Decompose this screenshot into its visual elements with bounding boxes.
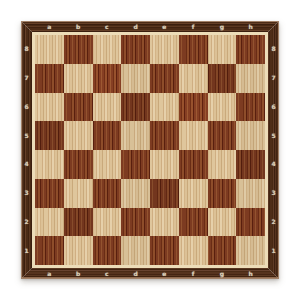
rank-label-6: 6 bbox=[268, 93, 279, 122]
file-label-b: b bbox=[64, 21, 93, 32]
square-g5[interactable] bbox=[208, 121, 237, 150]
square-a6[interactable] bbox=[35, 93, 64, 122]
square-b5[interactable] bbox=[64, 121, 93, 150]
file-label-g: g bbox=[208, 268, 237, 279]
square-e3[interactable] bbox=[150, 179, 179, 208]
file-label-d: d bbox=[121, 21, 150, 32]
rank-label-4: 4 bbox=[21, 150, 32, 179]
file-label-e: e bbox=[150, 268, 179, 279]
square-a2[interactable] bbox=[35, 208, 64, 237]
square-b2[interactable] bbox=[64, 208, 93, 237]
square-c4[interactable] bbox=[93, 150, 122, 179]
square-h6[interactable] bbox=[236, 93, 265, 122]
square-c7[interactable] bbox=[93, 64, 122, 93]
rank-label-1: 1 bbox=[21, 236, 32, 265]
square-h3[interactable] bbox=[236, 179, 265, 208]
file-label-f: f bbox=[179, 21, 208, 32]
square-e4[interactable] bbox=[150, 150, 179, 179]
square-d2[interactable] bbox=[121, 208, 150, 237]
file-label-h: h bbox=[236, 21, 265, 32]
file-label-c: c bbox=[93, 268, 122, 279]
square-d5[interactable] bbox=[121, 121, 150, 150]
square-h4[interactable] bbox=[236, 150, 265, 179]
square-b4[interactable] bbox=[64, 150, 93, 179]
file-label-f: f bbox=[179, 268, 208, 279]
square-b3[interactable] bbox=[64, 179, 93, 208]
square-a5[interactable] bbox=[35, 121, 64, 150]
file-label-e: e bbox=[150, 21, 179, 32]
square-c3[interactable] bbox=[93, 179, 122, 208]
square-f5[interactable] bbox=[179, 121, 208, 150]
square-b8[interactable] bbox=[64, 35, 93, 64]
rank-label-2: 2 bbox=[268, 208, 279, 237]
square-c6[interactable] bbox=[93, 93, 122, 122]
square-a4[interactable] bbox=[35, 150, 64, 179]
rank-label-2: 2 bbox=[21, 208, 32, 237]
board-inlay-line bbox=[32, 32, 268, 268]
square-c5[interactable] bbox=[93, 121, 122, 150]
board-squares bbox=[35, 35, 265, 265]
file-label-g: g bbox=[208, 21, 237, 32]
square-e5[interactable] bbox=[150, 121, 179, 150]
square-e7[interactable] bbox=[150, 64, 179, 93]
square-h5[interactable] bbox=[236, 121, 265, 150]
rank-label-7: 7 bbox=[268, 64, 279, 93]
rank-label-3: 3 bbox=[268, 179, 279, 208]
square-a1[interactable] bbox=[35, 236, 64, 265]
file-labels-bottom: abcdefgh bbox=[35, 268, 265, 279]
square-e6[interactable] bbox=[150, 93, 179, 122]
square-c2[interactable] bbox=[93, 208, 122, 237]
square-c8[interactable] bbox=[93, 35, 122, 64]
square-f3[interactable] bbox=[179, 179, 208, 208]
square-f6[interactable] bbox=[179, 93, 208, 122]
square-d8[interactable] bbox=[121, 35, 150, 64]
square-c1[interactable] bbox=[93, 236, 122, 265]
square-g8[interactable] bbox=[208, 35, 237, 64]
square-d1[interactable] bbox=[121, 236, 150, 265]
square-g4[interactable] bbox=[208, 150, 237, 179]
file-label-a: a bbox=[35, 268, 64, 279]
square-h7[interactable] bbox=[236, 64, 265, 93]
square-h1[interactable] bbox=[236, 236, 265, 265]
square-g2[interactable] bbox=[208, 208, 237, 237]
square-a7[interactable] bbox=[35, 64, 64, 93]
rank-label-8: 8 bbox=[268, 35, 279, 64]
square-a8[interactable] bbox=[35, 35, 64, 64]
square-g1[interactable] bbox=[208, 236, 237, 265]
square-g3[interactable] bbox=[208, 179, 237, 208]
rank-label-6: 6 bbox=[21, 93, 32, 122]
file-label-a: a bbox=[35, 21, 64, 32]
square-e1[interactable] bbox=[150, 236, 179, 265]
square-f1[interactable] bbox=[179, 236, 208, 265]
file-label-h: h bbox=[236, 268, 265, 279]
square-d3[interactable] bbox=[121, 179, 150, 208]
chess-board bbox=[21, 21, 279, 279]
rank-label-5: 5 bbox=[268, 121, 279, 150]
square-a3[interactable] bbox=[35, 179, 64, 208]
rank-label-7: 7 bbox=[21, 64, 32, 93]
file-labels-top: abcdefgh bbox=[35, 21, 265, 32]
rank-label-1: 1 bbox=[268, 236, 279, 265]
square-f2[interactable] bbox=[179, 208, 208, 237]
chessboard-photo: abcdefgh abcdefgh 87654321 87654321 bbox=[0, 0, 300, 300]
rank-label-3: 3 bbox=[21, 179, 32, 208]
square-d6[interactable] bbox=[121, 93, 150, 122]
square-g6[interactable] bbox=[208, 93, 237, 122]
square-e8[interactable] bbox=[150, 35, 179, 64]
rank-labels-right: 87654321 bbox=[268, 35, 279, 265]
square-f8[interactable] bbox=[179, 35, 208, 64]
rank-label-8: 8 bbox=[21, 35, 32, 64]
file-label-d: d bbox=[121, 268, 150, 279]
square-b6[interactable] bbox=[64, 93, 93, 122]
file-label-b: b bbox=[64, 268, 93, 279]
square-h2[interactable] bbox=[236, 208, 265, 237]
square-g7[interactable] bbox=[208, 64, 237, 93]
square-b7[interactable] bbox=[64, 64, 93, 93]
rank-label-4: 4 bbox=[268, 150, 279, 179]
square-b1[interactable] bbox=[64, 236, 93, 265]
square-d4[interactable] bbox=[121, 150, 150, 179]
square-d7[interactable] bbox=[121, 64, 150, 93]
square-h8[interactable] bbox=[236, 35, 265, 64]
square-f4[interactable] bbox=[179, 150, 208, 179]
square-e2[interactable] bbox=[150, 208, 179, 237]
rank-labels-left: 87654321 bbox=[21, 35, 32, 265]
rank-label-5: 5 bbox=[21, 121, 32, 150]
square-f7[interactable] bbox=[179, 64, 208, 93]
file-label-c: c bbox=[93, 21, 122, 32]
